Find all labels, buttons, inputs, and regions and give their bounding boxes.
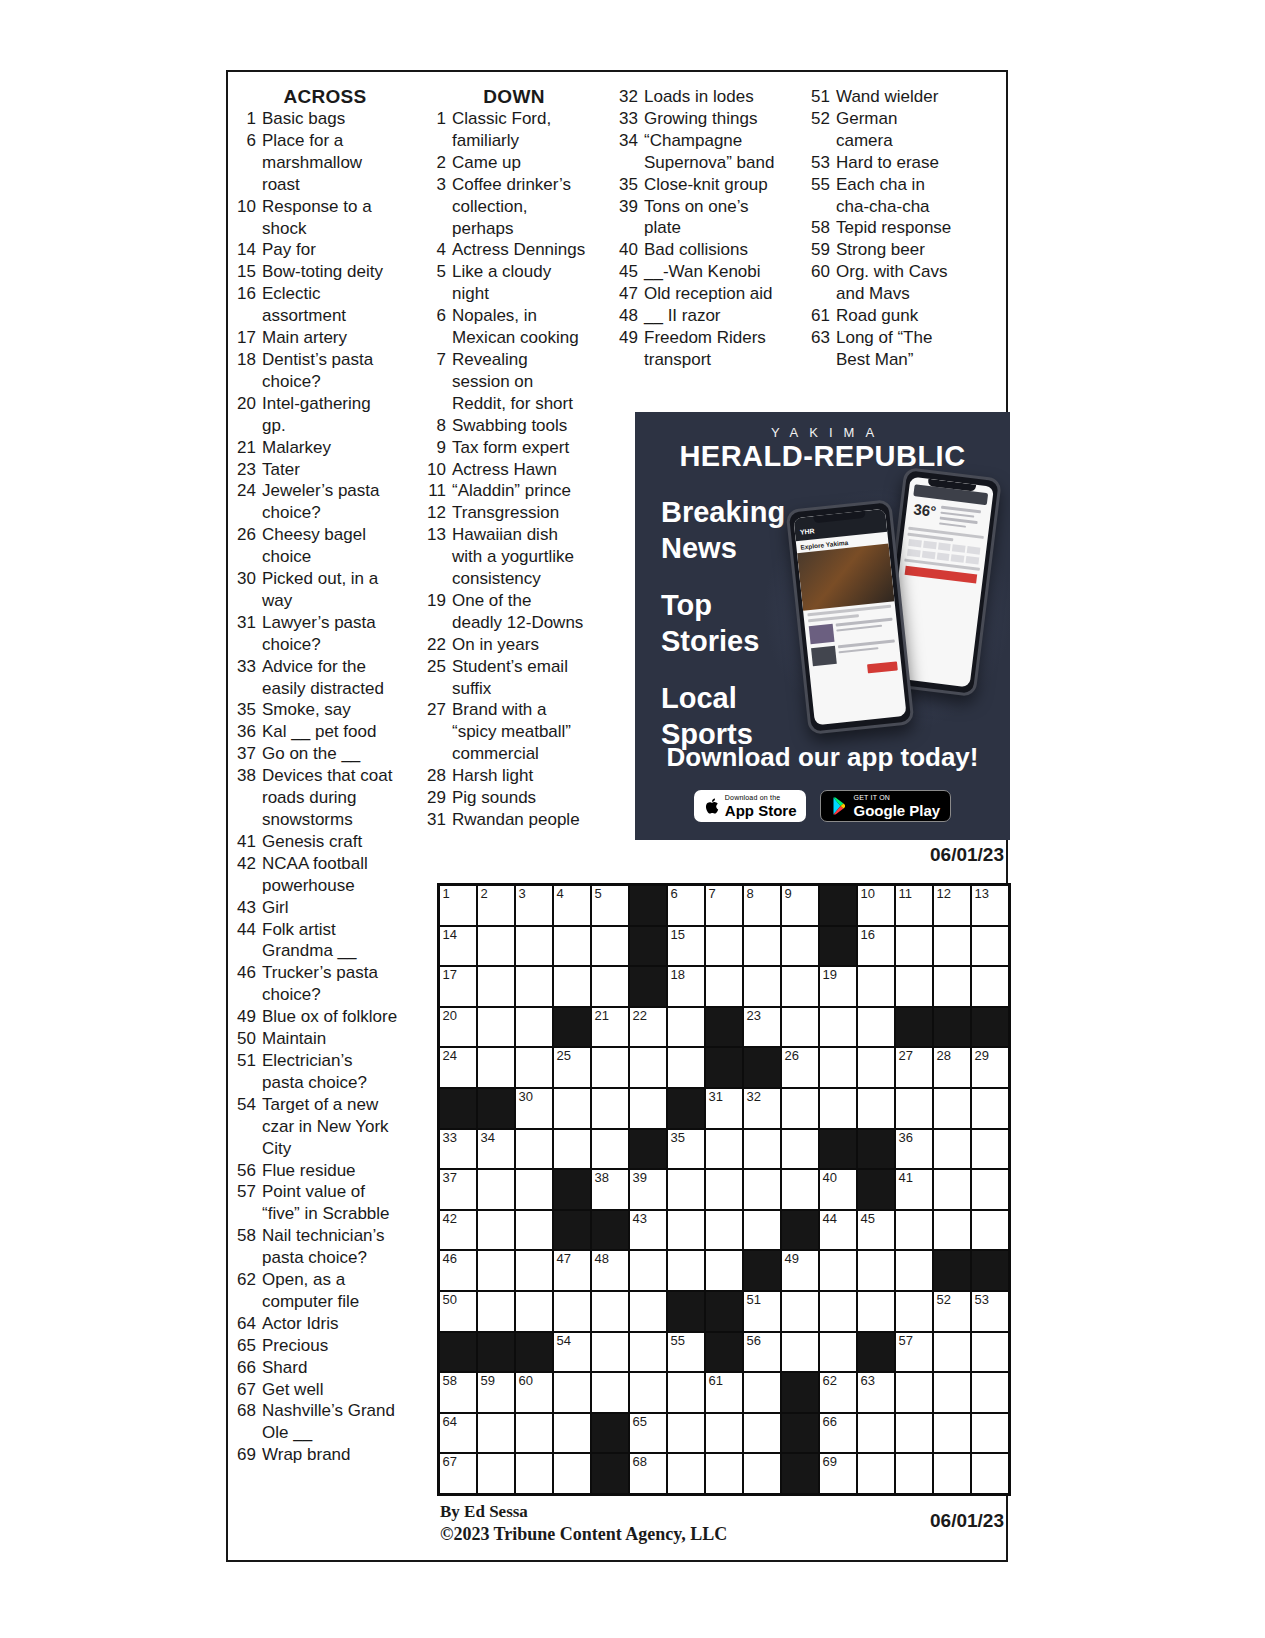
- cell-r14c13[interactable]: [895, 1413, 933, 1454]
- cell-r12c10[interactable]: [781, 1332, 819, 1373]
- cell-r3c11[interactable]: 19: [819, 966, 857, 1007]
- cell-r13c5[interactable]: [591, 1372, 629, 1413]
- cell-r12c15[interactable]: [971, 1332, 1009, 1373]
- cell-r5c6[interactable]: [629, 1047, 667, 1088]
- cell-r9c7[interactable]: [667, 1210, 705, 1251]
- cell-r8c15[interactable]: [971, 1169, 1009, 1210]
- cell-r6c9[interactable]: 32: [743, 1088, 781, 1129]
- cell-r13c13[interactable]: [895, 1372, 933, 1413]
- cell-r8c4-black: [553, 1169, 591, 1210]
- cell-r14c15[interactable]: [971, 1413, 1009, 1454]
- cell-r8c6[interactable]: 39: [629, 1169, 667, 1210]
- clue-text: Hard to erase: [836, 152, 939, 174]
- clue-number: 58: [230, 1225, 262, 1269]
- cell-r13c7[interactable]: [667, 1372, 705, 1413]
- cell-number-30: 30: [519, 1090, 533, 1104]
- cell-r11c3[interactable]: [515, 1291, 553, 1332]
- clue-down-53: 53Hard to erase: [802, 152, 1004, 174]
- cell-r9c15[interactable]: [971, 1210, 1009, 1251]
- cell-r4c12[interactable]: [857, 1007, 895, 1048]
- cell-r1c1[interactable]: 1: [439, 885, 477, 926]
- cell-number-47: 47: [557, 1252, 571, 1266]
- clue-text: Swabbing tools: [452, 415, 567, 437]
- cell-r15c13[interactable]: [895, 1453, 933, 1494]
- cell-r2c2[interactable]: [477, 926, 515, 967]
- clue-text: Precious: [262, 1335, 328, 1357]
- clue-number: 45: [610, 261, 644, 283]
- clue-text: On in years: [452, 634, 539, 656]
- cell-number-5: 5: [595, 887, 602, 901]
- clue-number: 46: [230, 962, 262, 1006]
- cell-r3c10[interactable]: [781, 966, 819, 1007]
- cell-r6c3[interactable]: 30: [515, 1088, 553, 1129]
- cell-r9c6[interactable]: 43: [629, 1210, 667, 1251]
- cell-r15c7[interactable]: [667, 1453, 705, 1494]
- cell-number-66: 66: [823, 1415, 837, 1429]
- cell-r3c9[interactable]: [743, 966, 781, 1007]
- cell-number-40: 40: [823, 1171, 837, 1185]
- clue-text: Trucker’s pasta choice?: [262, 962, 378, 1006]
- clue-number: 52: [802, 108, 836, 152]
- cell-r11c4[interactable]: [553, 1291, 591, 1332]
- cell-r8c13[interactable]: 41: [895, 1169, 933, 1210]
- cell-r3c3[interactable]: [515, 966, 553, 1007]
- cell-r15c14[interactable]: [933, 1453, 971, 1494]
- cell-r14c6[interactable]: 65: [629, 1413, 667, 1454]
- cell-r15c1[interactable]: 67: [439, 1453, 477, 1494]
- cell-r15c12[interactable]: [857, 1453, 895, 1494]
- cell-r7c1[interactable]: 33: [439, 1129, 477, 1170]
- clue-number: 49: [230, 1006, 262, 1028]
- cell-r2c9[interactable]: [743, 926, 781, 967]
- cell-r3c14[interactable]: [933, 966, 971, 1007]
- cell-r3c8[interactable]: [705, 966, 743, 1007]
- cell-r5c11[interactable]: [819, 1047, 857, 1088]
- cell-r12c2-black: [477, 1332, 515, 1373]
- cell-number-14: 14: [443, 928, 457, 942]
- cell-r11c1[interactable]: 50: [439, 1291, 477, 1332]
- cell-r14c9[interactable]: [743, 1413, 781, 1454]
- cell-number-4: 4: [557, 887, 564, 901]
- cell-r13c2[interactable]: 59: [477, 1372, 515, 1413]
- cell-r5c5[interactable]: [591, 1047, 629, 1088]
- cell-r8c8[interactable]: [705, 1169, 743, 1210]
- cell-r14c11[interactable]: 66: [819, 1413, 857, 1454]
- cell-r14c1[interactable]: 64: [439, 1413, 477, 1454]
- crossword-grid: 1234567891011121314151617181920212223242…: [437, 883, 1011, 1496]
- cell-r12c3-black: [515, 1332, 553, 1373]
- cell-r5c3[interactable]: [515, 1047, 553, 1088]
- cell-r7c9[interactable]: [743, 1129, 781, 1170]
- cell-number-44: 44: [823, 1212, 837, 1226]
- cell-r6c1-black: [439, 1088, 477, 1129]
- cell-r14c12[interactable]: [857, 1413, 895, 1454]
- cell-r13c3[interactable]: 60: [515, 1372, 553, 1413]
- clue-across-37: 37Go on the __: [230, 743, 420, 765]
- cell-r9c3[interactable]: [515, 1210, 553, 1251]
- cell-r2c6-black: [629, 926, 667, 967]
- cell-r13c14[interactable]: [933, 1372, 971, 1413]
- cell-r7c5[interactable]: [591, 1129, 629, 1170]
- clue-across-41: 41Genesis craft: [230, 831, 420, 853]
- cell-r2c7[interactable]: 15: [667, 926, 705, 967]
- cell-r9c4-black: [553, 1210, 591, 1251]
- clue-down-33: 33Growing things: [610, 108, 805, 130]
- cell-r9c14[interactable]: [933, 1210, 971, 1251]
- cell-r1c7[interactable]: 6: [667, 885, 705, 926]
- clue-text: Hawaiian dish with a yogurtlike consiste…: [452, 524, 574, 590]
- cell-r15c3[interactable]: [515, 1453, 553, 1494]
- clue-text: Old reception aid: [644, 283, 773, 305]
- cell-r5c1[interactable]: 24: [439, 1047, 477, 1088]
- cell-r12c6[interactable]: [629, 1332, 667, 1373]
- cell-r5c14[interactable]: 28: [933, 1047, 971, 1088]
- cell-r7c2[interactable]: 34: [477, 1129, 515, 1170]
- cell-number-38: 38: [595, 1171, 609, 1185]
- cell-r12c4[interactable]: 54: [553, 1332, 591, 1373]
- clue-across-58: 58Nail technician’s pasta choice?: [230, 1225, 420, 1269]
- clue-down-61: 61Road gunk: [802, 305, 1004, 327]
- clue-number: 7: [418, 349, 452, 415]
- clue-number: 31: [418, 809, 452, 831]
- clue-down-3: 3Coffee drinker’s collection, perhaps: [418, 174, 610, 240]
- cell-r7c10[interactable]: [781, 1129, 819, 1170]
- cell-r6c13[interactable]: [895, 1088, 933, 1129]
- cell-r11c15[interactable]: 53: [971, 1291, 1009, 1332]
- cell-r13c8[interactable]: 61: [705, 1372, 743, 1413]
- cell-r4c7[interactable]: [667, 1007, 705, 1048]
- cell-r1c13[interactable]: 11: [895, 885, 933, 926]
- cell-r10c1[interactable]: 46: [439, 1250, 477, 1291]
- clue-text: Each cha in cha-cha-cha: [836, 174, 930, 218]
- cell-number-26: 26: [785, 1049, 799, 1063]
- clue-text: “Champagne Supernova” band: [644, 130, 774, 174]
- cell-r15c8[interactable]: [705, 1453, 743, 1494]
- cell-r14c8[interactable]: [705, 1413, 743, 1454]
- clue-number: 36: [230, 721, 262, 743]
- google-play-badge[interactable]: GET IT ON Google Play: [820, 790, 951, 822]
- cell-r2c8[interactable]: [705, 926, 743, 967]
- cell-r13c11[interactable]: 62: [819, 1372, 857, 1413]
- cell-r7c7[interactable]: 35: [667, 1129, 705, 1170]
- cell-r2c15[interactable]: [971, 926, 1009, 967]
- cell-number-7: 7: [709, 887, 716, 901]
- cell-r2c3[interactable]: [515, 926, 553, 967]
- clue-across-69: 69Wrap brand: [230, 1444, 420, 1466]
- cell-r14c7[interactable]: [667, 1413, 705, 1454]
- cell-number-63: 63: [861, 1374, 875, 1388]
- cell-r12c7[interactable]: 55: [667, 1332, 705, 1373]
- clue-text: Flue residue: [262, 1160, 356, 1182]
- cell-r11c14[interactable]: 52: [933, 1291, 971, 1332]
- cell-r7c8[interactable]: [705, 1129, 743, 1170]
- cell-number-27: 27: [899, 1049, 913, 1063]
- clue-text: Student’s email suffix: [452, 656, 568, 700]
- cell-r12c5[interactable]: [591, 1332, 629, 1373]
- cell-r3c15[interactable]: [971, 966, 1009, 1007]
- cell-r14c3[interactable]: [515, 1413, 553, 1454]
- clue-across-68: 68Nashville’s Grand Ole __: [230, 1400, 420, 1444]
- cell-r15c9[interactable]: [743, 1453, 781, 1494]
- cell-r4c9[interactable]: 23: [743, 1007, 781, 1048]
- cell-r10c5[interactable]: 48: [591, 1250, 629, 1291]
- clue-down-45: 45__-Wan Kenobi: [610, 261, 805, 283]
- cell-r10c11[interactable]: [819, 1250, 857, 1291]
- cell-r9c1[interactable]: 42: [439, 1210, 477, 1251]
- cell-r7c3[interactable]: [515, 1129, 553, 1170]
- cell-r3c12[interactable]: [857, 966, 895, 1007]
- clue-number: 31: [230, 612, 262, 656]
- cell-r7c4[interactable]: [553, 1129, 591, 1170]
- clue-down-6: 6Nopales, in Mexican cooking: [418, 305, 610, 349]
- cell-r11c12[interactable]: [857, 1291, 895, 1332]
- cell-r5c15[interactable]: 29: [971, 1047, 1009, 1088]
- clue-down-25: 25Student’s email suffix: [418, 656, 610, 700]
- cell-r11c10[interactable]: [781, 1291, 819, 1332]
- cell-r6c14[interactable]: [933, 1088, 971, 1129]
- cell-number-60: 60: [519, 1374, 533, 1388]
- cell-r5c2[interactable]: [477, 1047, 515, 1088]
- cell-r4c6[interactable]: 22: [629, 1007, 667, 1048]
- clue-number: 4: [418, 239, 452, 261]
- clue-text: Malarkey: [262, 437, 331, 459]
- cell-r6c10[interactable]: [781, 1088, 819, 1129]
- cell-r13c6[interactable]: [629, 1372, 667, 1413]
- cell-r15c2[interactable]: [477, 1453, 515, 1494]
- story-thumbnail: [809, 624, 835, 644]
- clue-text: Freedom Riders transport: [644, 327, 766, 371]
- cell-r1c11-black: [819, 885, 857, 926]
- cell-r4c2[interactable]: [477, 1007, 515, 1048]
- cell-r3c5[interactable]: [591, 966, 629, 1007]
- cell-r9c13[interactable]: [895, 1210, 933, 1251]
- cell-number-67: 67: [443, 1455, 457, 1469]
- cell-r14c14[interactable]: [933, 1413, 971, 1454]
- cell-r14c4[interactable]: [553, 1413, 591, 1454]
- clue-text: Maintain: [262, 1028, 326, 1050]
- cell-r4c11[interactable]: [819, 1007, 857, 1048]
- cell-r11c11[interactable]: [819, 1291, 857, 1332]
- cell-r14c2[interactable]: [477, 1413, 515, 1454]
- cell-r3c2[interactable]: [477, 966, 515, 1007]
- cell-r10c7[interactable]: [667, 1250, 705, 1291]
- cell-r11c9[interactable]: 51: [743, 1291, 781, 1332]
- across-clue-column: ACROSS 1Basic bags6Place for a marshmall…: [230, 86, 420, 1466]
- clue-across-64: 64Actor Idris: [230, 1313, 420, 1335]
- app-store-badge[interactable]: Download on the App Store: [694, 790, 807, 822]
- clue-across-16: 16Eclectic assortment: [230, 283, 420, 327]
- cell-r5c10[interactable]: 26: [781, 1047, 819, 1088]
- cell-r5c8-black: [705, 1047, 743, 1088]
- cell-r6c6[interactable]: [629, 1088, 667, 1129]
- cell-number-28: 28: [937, 1049, 951, 1063]
- clue-down-39: 39Tons on one’s plate: [610, 196, 805, 240]
- cell-r12c11[interactable]: [819, 1332, 857, 1373]
- cell-r9c8[interactable]: [705, 1210, 743, 1251]
- cell-r1c10[interactable]: 9: [781, 885, 819, 926]
- cell-number-20: 20: [443, 1009, 457, 1023]
- cell-r15c15[interactable]: [971, 1453, 1009, 1494]
- cell-r1c14[interactable]: 12: [933, 885, 971, 926]
- author-byline: By Ed Sessa: [440, 1502, 528, 1522]
- cell-r10c8[interactable]: [705, 1250, 743, 1291]
- cell-r2c14[interactable]: [933, 926, 971, 967]
- clue-text: Actress Hawn: [452, 459, 557, 481]
- down-clue-list-1: 1Classic Ford, familiarly2Came up3Coffee…: [418, 108, 610, 831]
- cell-r12c9[interactable]: 56: [743, 1332, 781, 1373]
- cell-r10c2[interactable]: [477, 1250, 515, 1291]
- cell-r8c7[interactable]: [667, 1169, 705, 1210]
- clue-number: 16: [230, 283, 262, 327]
- cell-r9c2[interactable]: [477, 1210, 515, 1251]
- cell-r12c14[interactable]: [933, 1332, 971, 1373]
- clue-number: 32: [610, 86, 644, 108]
- cell-r10c4[interactable]: 47: [553, 1250, 591, 1291]
- cell-r15c6[interactable]: 68: [629, 1453, 667, 1494]
- clue-across-46: 46Trucker’s pasta choice?: [230, 962, 420, 1006]
- cell-number-22: 22: [633, 1009, 647, 1023]
- cell-r11c6[interactable]: [629, 1291, 667, 1332]
- cell-r10c10[interactable]: 49: [781, 1250, 819, 1291]
- clue-number: 9: [418, 437, 452, 459]
- cell-r9c12[interactable]: 45: [857, 1210, 895, 1251]
- cell-r1c2[interactable]: 2: [477, 885, 515, 926]
- cell-r8c10[interactable]: [781, 1169, 819, 1210]
- cell-r10c9-black: [743, 1250, 781, 1291]
- cell-r7c13[interactable]: 36: [895, 1129, 933, 1170]
- cell-r13c1[interactable]: 58: [439, 1372, 477, 1413]
- cell-r4c8-black: [705, 1007, 743, 1048]
- cell-r13c12[interactable]: 63: [857, 1372, 895, 1413]
- clue-across-49: 49Blue ox of folklore: [230, 1006, 420, 1028]
- cell-number-32: 32: [747, 1090, 761, 1104]
- cell-r1c5[interactable]: 5: [591, 885, 629, 926]
- cell-r3c6-black: [629, 966, 667, 1007]
- cell-r2c12[interactable]: 16: [857, 926, 895, 967]
- cell-r9c5-black: [591, 1210, 629, 1251]
- cell-r8c11[interactable]: 40: [819, 1169, 857, 1210]
- ad-feature-list: Breaking News Top Stories Local Sports: [661, 494, 785, 773]
- clue-text: Go on the __: [262, 743, 360, 765]
- cell-r8c2[interactable]: [477, 1169, 515, 1210]
- cell-r6c15[interactable]: [971, 1088, 1009, 1129]
- cell-r6c5[interactable]: [591, 1088, 629, 1129]
- clue-text: Strong beer: [836, 239, 925, 261]
- cell-r6c11[interactable]: [819, 1088, 857, 1129]
- cell-r3c4[interactable]: [553, 966, 591, 1007]
- cell-number-34: 34: [481, 1131, 495, 1145]
- clue-number: 6: [230, 130, 262, 196]
- cell-r1c4[interactable]: 4: [553, 885, 591, 926]
- cell-r2c5[interactable]: [591, 926, 629, 967]
- cell-r13c15[interactable]: [971, 1372, 1009, 1413]
- cell-r10c13[interactable]: [895, 1250, 933, 1291]
- cell-r1c12[interactable]: 10: [857, 885, 895, 926]
- cell-r11c8-black: [705, 1291, 743, 1332]
- cell-r8c9[interactable]: [743, 1169, 781, 1210]
- cell-r2c13[interactable]: [895, 926, 933, 967]
- cell-r2c4[interactable]: [553, 926, 591, 967]
- cell-r10c12[interactable]: [857, 1250, 895, 1291]
- cell-r13c4[interactable]: [553, 1372, 591, 1413]
- cell-r4c5[interactable]: 21: [591, 1007, 629, 1048]
- cell-r8c5[interactable]: 38: [591, 1169, 629, 1210]
- cell-number-46: 46: [443, 1252, 457, 1266]
- down-clue-list-3: 51Wand wielder52German camera53Hard to e…: [802, 86, 1004, 371]
- cell-r3c7[interactable]: 18: [667, 966, 705, 1007]
- cell-r10c15-black: [971, 1250, 1009, 1291]
- cell-r5c12[interactable]: [857, 1047, 895, 1088]
- clue-across-36: 36Kal __ pet food: [230, 721, 420, 743]
- cell-r2c1[interactable]: 14: [439, 926, 477, 967]
- cell-r8c14[interactable]: [933, 1169, 971, 1210]
- cell-r11c2[interactable]: [477, 1291, 515, 1332]
- cell-r6c8[interactable]: 31: [705, 1088, 743, 1129]
- cell-r4c10[interactable]: [781, 1007, 819, 1048]
- clue-down-27: 27Brand with a “spicy meatball” commerci…: [418, 699, 610, 765]
- clue-across-15: 15Bow-toting deity: [230, 261, 420, 283]
- cell-r1c9[interactable]: 8: [743, 885, 781, 926]
- cell-r12c12-black: [857, 1332, 895, 1373]
- cell-r4c1[interactable]: 20: [439, 1007, 477, 1048]
- cell-r6c4[interactable]: [553, 1088, 591, 1129]
- clue-number: 39: [610, 196, 644, 240]
- cell-r1c3[interactable]: 3: [515, 885, 553, 926]
- cell-r11c13[interactable]: [895, 1291, 933, 1332]
- cell-number-18: 18: [671, 968, 685, 982]
- cell-r14c10-black: [781, 1413, 819, 1454]
- cell-r3c1[interactable]: 17: [439, 966, 477, 1007]
- cell-r15c4[interactable]: [553, 1453, 591, 1494]
- cell-r6c12[interactable]: [857, 1088, 895, 1129]
- cell-r13c9[interactable]: [743, 1372, 781, 1413]
- clue-number: 8: [418, 415, 452, 437]
- cell-r2c10[interactable]: [781, 926, 819, 967]
- cell-number-42: 42: [443, 1212, 457, 1226]
- cell-r5c7[interactable]: [667, 1047, 705, 1088]
- cell-r5c4[interactable]: 25: [553, 1047, 591, 1088]
- clue-text: Brand with a “spicy meatball” commercial: [452, 699, 571, 765]
- cell-r9c9[interactable]: [743, 1210, 781, 1251]
- clue-text: Target of a new czar in New York City: [262, 1094, 389, 1160]
- cell-r8c3[interactable]: [515, 1169, 553, 1210]
- cell-r10c3[interactable]: [515, 1250, 553, 1291]
- cell-number-35: 35: [671, 1131, 685, 1145]
- cell-r11c5[interactable]: [591, 1291, 629, 1332]
- cell-r4c3[interactable]: [515, 1007, 553, 1048]
- cell-r4c4-black: [553, 1007, 591, 1048]
- cell-r15c11[interactable]: 69: [819, 1453, 857, 1494]
- cell-r9c11[interactable]: 44: [819, 1210, 857, 1251]
- cell-number-3: 3: [519, 887, 526, 901]
- cell-r1c8[interactable]: 7: [705, 885, 743, 926]
- clue-number: 1: [418, 108, 452, 152]
- cell-r7c15[interactable]: [971, 1129, 1009, 1170]
- clue-across-18: 18Dentist’s pasta choice?: [230, 349, 420, 393]
- cell-r12c13[interactable]: 57: [895, 1332, 933, 1373]
- clue-number: 35: [230, 699, 262, 721]
- cell-r8c1[interactable]: 37: [439, 1169, 477, 1210]
- cell-r10c6[interactable]: [629, 1250, 667, 1291]
- cell-r9c10-black: [781, 1210, 819, 1251]
- cell-r7c14[interactable]: [933, 1129, 971, 1170]
- cell-r1c15[interactable]: 13: [971, 885, 1009, 926]
- cell-r5c13[interactable]: 27: [895, 1047, 933, 1088]
- clue-text: Bow-toting deity: [262, 261, 383, 283]
- puzzle-date-bottom: 06/01/23: [784, 1510, 1004, 1532]
- cell-number-43: 43: [633, 1212, 647, 1226]
- cell-r3c13[interactable]: [895, 966, 933, 1007]
